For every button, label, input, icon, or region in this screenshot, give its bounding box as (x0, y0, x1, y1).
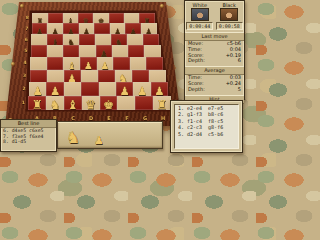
game-status-window: White 0:00:44 Black 0:00:58 Last moveMov… (184, 0, 245, 100)
square-d2[interactable] (81, 82, 98, 96)
rank-label-6: 6 (22, 37, 30, 42)
square-d3[interactable] (81, 70, 98, 83)
rank-label-5: 5 (22, 48, 30, 53)
square-d8[interactable]: ♛ (78, 13, 93, 24)
rank-label-3: 3 (21, 73, 29, 78)
square-a4[interactable] (30, 57, 47, 70)
rank-row: ♜♞♝♛♚♜ (28, 96, 170, 110)
square-e3[interactable] (98, 70, 115, 83)
square-c5[interactable] (63, 45, 79, 57)
square-c4[interactable]: ♝ (63, 57, 80, 70)
white-rook[interactable]: ♜ (153, 99, 171, 111)
status-row-value: 5 (238, 87, 241, 93)
white-bishop[interactable]: ♝ (64, 99, 82, 111)
square-b6[interactable]: ♝ (47, 34, 63, 46)
best-line-window: Best line 6. d4xe5 c6xe57. f3xe5 f6xe48.… (0, 119, 57, 152)
square-f8[interactable] (109, 13, 124, 24)
move-list[interactable]: 1. e2-e4 e7-e52. g1-f3 b8-c63. f1-c4 f8-… (174, 104, 239, 149)
square-e1[interactable]: ♚ (100, 96, 118, 110)
rank-row: ♝♟♟ (30, 57, 163, 70)
square-e2[interactable] (99, 82, 116, 96)
black-player-photo (220, 8, 238, 21)
status-row-label: Depth: (188, 87, 205, 93)
square-c3[interactable]: ♟ (64, 70, 81, 83)
status-row: Depth:5 (185, 87, 244, 93)
square-a1[interactable]: ♜ (28, 96, 46, 110)
square-c1[interactable]: ♝ (64, 96, 82, 110)
square-d5[interactable] (79, 45, 95, 57)
square-g6[interactable] (127, 34, 143, 46)
frame-knob-icon (20, 4, 24, 8)
square-e5[interactable]: ♟ (96, 45, 112, 57)
rank-row: ♜♝♛♚♜ (32, 13, 154, 24)
frame-knob-icon (160, 4, 164, 8)
white-knight[interactable]: ♞ (46, 99, 64, 111)
square-h2[interactable]: ♟ (151, 82, 168, 96)
status-row-label: Depth: (188, 58, 205, 64)
rank-row: ♟♟♟♟♟♟♟ (32, 23, 157, 34)
status-row: Depth:6 (185, 58, 244, 64)
white-rook[interactable]: ♜ (28, 99, 46, 111)
rank-label-7: 7 (23, 26, 31, 31)
captured-pieces-tray: ♞♟ (57, 121, 163, 149)
black-clock: 0:00:58 (216, 22, 243, 30)
square-g4[interactable] (130, 57, 147, 70)
file-label-G: G (140, 115, 150, 121)
square-c6[interactable]: ♞ (63, 34, 79, 46)
best-line-body: 6. d4xe5 c6xe57. f3xe5 f6xe48. d1-d5 (1, 128, 56, 145)
rank-row: ♟ (31, 45, 161, 57)
square-e6[interactable] (95, 34, 111, 46)
square-h4[interactable] (146, 57, 163, 70)
square-c7[interactable]: ♟ (63, 23, 79, 34)
square-d4[interactable]: ♟ (80, 57, 97, 70)
square-h3[interactable] (149, 70, 166, 83)
square-b4[interactable] (47, 57, 64, 70)
move-list-window: 1. e2-e4 e7-e52. g1-f3 b8-c63. f1-c4 f8-… (170, 100, 243, 153)
square-f1[interactable] (117, 96, 135, 110)
white-player-photo (191, 8, 209, 21)
captured-white-pawn[interactable]: ♟ (94, 135, 104, 146)
square-b8[interactable] (48, 13, 63, 24)
rank-row: ♟♞ (30, 70, 166, 83)
square-g7[interactable]: ♟ (125, 23, 141, 34)
captured-white-knight[interactable]: ♞ (66, 130, 80, 146)
square-h6[interactable] (143, 34, 159, 46)
square-f6[interactable]: ♞ (111, 34, 127, 46)
file-label-H: H (158, 115, 168, 121)
square-g5[interactable] (128, 45, 144, 57)
square-b2[interactable]: ♟ (46, 82, 63, 96)
square-a8[interactable]: ♜ (32, 13, 47, 24)
square-g8[interactable] (124, 13, 139, 24)
square-e4[interactable]: ♟ (97, 57, 114, 70)
square-b3[interactable] (47, 70, 64, 83)
square-g3[interactable] (132, 70, 149, 83)
square-d6[interactable] (79, 34, 95, 46)
square-c2[interactable] (64, 82, 81, 96)
square-h7[interactable]: ♟ (141, 23, 157, 34)
square-f7[interactable]: ♟ (110, 23, 126, 34)
square-g1[interactable] (135, 96, 153, 110)
square-b1[interactable]: ♞ (46, 96, 64, 110)
rank-label-4: 4 (21, 60, 29, 65)
square-a3[interactable] (30, 70, 47, 83)
best-line-row: 8. d1-d5 (1, 139, 56, 145)
rank-row: ♝♞♞ (31, 34, 158, 46)
white-clock: 0:00:44 (186, 22, 213, 30)
square-b7[interactable]: ♟ (47, 23, 63, 34)
rank-row: ♟♟♟♟♟ (29, 82, 168, 96)
file-label-D: D (86, 115, 96, 121)
file-label-F: F (122, 115, 132, 121)
rank-label-2: 2 (20, 86, 28, 91)
square-d1[interactable]: ♛ (82, 96, 100, 110)
square-e7[interactable] (94, 23, 110, 34)
rank-label-8: 8 (23, 15, 31, 20)
file-label-E: E (104, 115, 114, 121)
square-h1[interactable]: ♜ (153, 96, 171, 110)
players-row: White 0:00:44 Black 0:00:58 (185, 1, 244, 30)
best-line-title: Best line (1, 120, 56, 128)
square-c8[interactable]: ♝ (63, 13, 78, 24)
status-row-value: 6 (238, 58, 241, 64)
square-a5[interactable] (31, 45, 47, 57)
square-f4[interactable] (113, 57, 130, 70)
square-h8[interactable]: ♜ (139, 13, 154, 24)
move-row[interactable]: 5. d2-d4 c5-b6 (175, 131, 238, 137)
square-g2[interactable]: ♟ (133, 82, 150, 96)
square-d7[interactable]: ♟ (79, 23, 95, 34)
chess-board: ♜♝♛♚♜♟♟♟♟♟♟♟♝♞♞♟♝♟♟♟♞♟♟♟♟♟♜♞♝♛♚♜ 8765432… (0, 0, 192, 132)
white-king[interactable]: ♚ (100, 99, 118, 111)
square-a2[interactable]: ♟ (29, 82, 46, 96)
square-h5[interactable] (144, 45, 160, 57)
square-f3[interactable]: ♞ (115, 70, 132, 83)
rank-label-1: 1 (19, 100, 27, 105)
frame-knob-icon (11, 62, 15, 66)
square-a6[interactable] (31, 34, 47, 46)
square-a7[interactable]: ♟ (32, 23, 48, 34)
square-e8[interactable]: ♚ (93, 13, 108, 24)
file-label-C: C (68, 115, 78, 121)
status-sections: Last moveMove:c5-b6Time:0:04Score:+0.19D… (185, 32, 244, 93)
white-queen[interactable]: ♛ (82, 99, 100, 111)
square-f2[interactable]: ♟ (116, 82, 133, 96)
square-f5[interactable] (112, 45, 128, 57)
square-b5[interactable] (47, 45, 63, 57)
